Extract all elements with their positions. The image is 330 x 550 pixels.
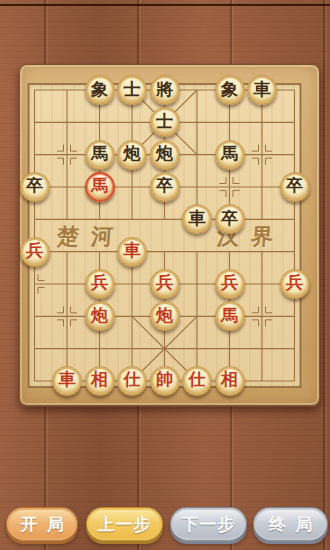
piece-black[interactable]: 炮 [117, 140, 147, 170]
next-move-label: 下一步 [182, 513, 236, 536]
piece-label: 象 [91, 81, 108, 98]
piece-label: 車 [124, 242, 141, 259]
piece-label: 馬 [91, 145, 108, 162]
piece-red[interactable]: 仕 [182, 366, 212, 396]
piece-red[interactable]: 相 [85, 366, 115, 396]
piece-label: 士 [124, 81, 141, 98]
piece-red[interactable]: 車 [52, 366, 82, 396]
piece-red[interactable]: 兵 [20, 237, 50, 267]
piece-label: 馬 [221, 145, 238, 162]
piece-red[interactable]: 兵 [215, 269, 245, 299]
piece-red[interactable]: 馬 [215, 301, 245, 331]
piece-black[interactable]: 象 [85, 75, 115, 105]
piece-label: 帥 [156, 371, 173, 388]
piece-black[interactable]: 卒 [215, 204, 245, 234]
piece-label: 卒 [286, 177, 303, 194]
piece-label: 炮 [156, 145, 173, 162]
piece-red[interactable]: 兵 [280, 269, 310, 299]
previous-move-label: 上一步 [98, 513, 152, 536]
piece-black[interactable]: 象 [215, 75, 245, 105]
piece-red[interactable]: 兵 [85, 269, 115, 299]
piece-label: 車 [59, 371, 76, 388]
piece-black[interactable]: 卒 [150, 172, 180, 202]
piece-label: 兵 [221, 274, 238, 291]
piece-label: 士 [156, 113, 173, 130]
piece-label: 卒 [221, 210, 238, 227]
piece-black[interactable]: 炮 [150, 140, 180, 170]
piece-label: 兵 [26, 242, 43, 259]
piece-black[interactable]: 馬 [215, 140, 245, 170]
top-divider-line [0, 4, 330, 6]
piece-red[interactable]: 仕 [117, 366, 147, 396]
piece-layer: 象士將象車士馬炮炮馬卒馬卒卒車卒兵車兵兵兵兵炮炮馬車相仕帥仕相 [20, 65, 319, 405]
piece-label: 車 [189, 210, 206, 227]
piece-label: 相 [221, 371, 238, 388]
piece-label: 兵 [91, 274, 108, 291]
piece-black[interactable]: 將 [150, 75, 180, 105]
piece-label: 馬 [221, 307, 238, 324]
piece-label: 卒 [156, 177, 173, 194]
piece-black[interactable]: 車 [247, 75, 277, 105]
xiangqi-board: 楚河 汉界 象士將象車士馬炮炮馬卒馬卒卒車卒兵車兵兵兵兵炮炮馬車相仕帥仕相 [19, 64, 320, 406]
piece-label: 將 [156, 81, 173, 98]
piece-label: 車 [254, 81, 271, 98]
piece-black[interactable]: 卒 [20, 172, 50, 202]
next-move-button[interactable]: 下一步 [170, 507, 247, 541]
piece-black[interactable]: 車 [182, 204, 212, 234]
piece-red[interactable]: 炮 [150, 301, 180, 331]
piece-black[interactable]: 士 [117, 75, 147, 105]
piece-label: 炮 [124, 145, 141, 162]
final-position-button[interactable]: 终局 [253, 507, 328, 541]
piece-label: 炮 [156, 307, 173, 324]
piece-label: 兵 [156, 274, 173, 291]
piece-red[interactable]: 馬 [85, 172, 115, 202]
piece-red[interactable]: 相 [215, 366, 245, 396]
piece-label: 馬 [91, 177, 108, 194]
piece-label: 仕 [189, 371, 206, 388]
piece-black[interactable]: 馬 [85, 140, 115, 170]
piece-label: 卒 [26, 177, 43, 194]
piece-label: 炮 [91, 307, 108, 324]
new-game-button[interactable]: 开局 [6, 507, 78, 541]
new-game-label: 开局 [21, 513, 73, 536]
piece-label: 仕 [124, 371, 141, 388]
piece-label: 相 [91, 371, 108, 388]
final-position-label: 终局 [269, 513, 321, 536]
previous-move-button[interactable]: 上一步 [86, 507, 163, 541]
piece-label: 兵 [286, 274, 303, 291]
piece-red[interactable]: 炮 [85, 301, 115, 331]
piece-label: 象 [221, 81, 238, 98]
piece-black[interactable]: 卒 [280, 172, 310, 202]
piece-red[interactable]: 兵 [150, 269, 180, 299]
piece-red[interactable]: 帥 [150, 366, 180, 396]
piece-black[interactable]: 士 [150, 107, 180, 137]
piece-red[interactable]: 車 [117, 237, 147, 267]
